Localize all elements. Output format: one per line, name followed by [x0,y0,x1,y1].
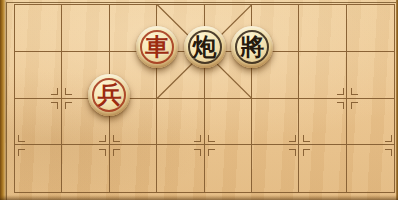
piece-black-general[interactable]: 將 [231,26,273,68]
point-marker [99,135,120,156]
board-cell[interactable] [299,5,346,52]
piece-glyph: 兵 [88,74,130,116]
point-marker [289,135,310,156]
point-marker [4,135,25,156]
piece-glyph: 將 [231,26,273,68]
piece-glyph: 車 [136,26,178,68]
point-marker [337,88,358,109]
xiangqi-board[interactable]: 車炮將兵 [0,0,398,200]
piece-black-cannon[interactable]: 炮 [184,26,226,68]
point-marker [194,135,215,156]
board-edge-left [0,0,5,200]
piece-glyph: 炮 [184,26,226,68]
board-bottom-shadow [0,195,398,200]
piece-red-soldier[interactable]: 兵 [88,74,130,116]
board-cell[interactable] [347,5,394,52]
piece-red-chariot[interactable]: 車 [136,26,178,68]
board-cell[interactable] [62,5,109,52]
point-marker [51,88,72,109]
board-cell[interactable] [15,5,62,52]
